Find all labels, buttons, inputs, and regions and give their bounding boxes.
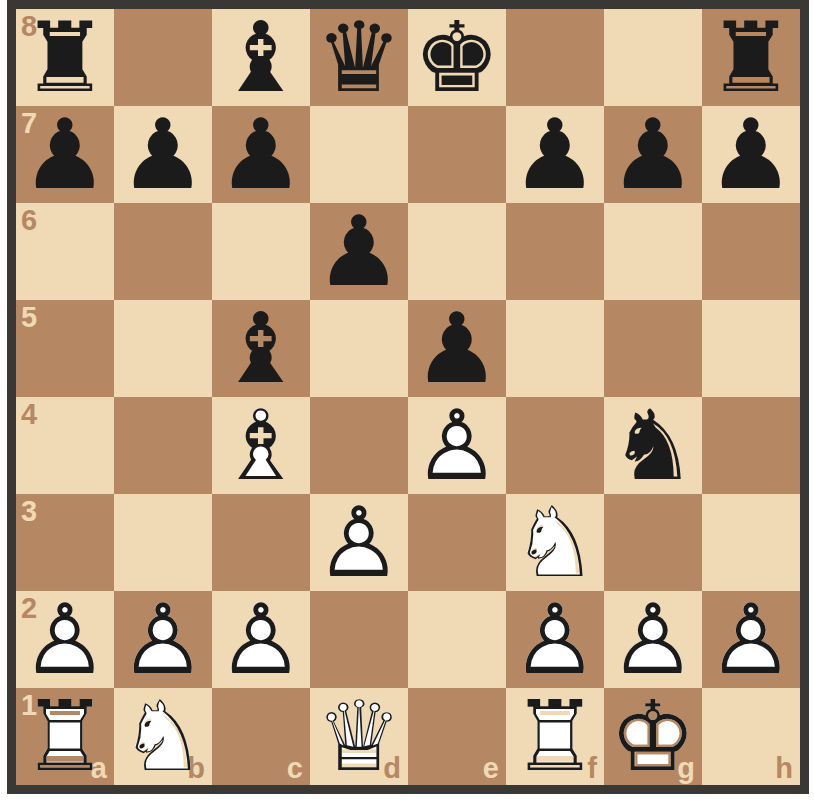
white-pawn-b2[interactable]: ♟♙: [114, 591, 212, 688]
piece-outline-glyph: ♙: [16, 591, 114, 688]
white-knight-f3[interactable]: ♞♘: [506, 494, 604, 591]
file-label-h: h: [775, 754, 793, 783]
piece-outline-glyph: ♔: [604, 688, 702, 785]
square-b8[interactable]: [114, 9, 212, 106]
square-b3[interactable]: [114, 494, 212, 591]
file-label-c: c: [287, 754, 303, 783]
black-king-e8[interactable]: ♚: [408, 9, 506, 106]
piece-outline-glyph: ♙: [506, 591, 604, 688]
square-f8[interactable]: [506, 9, 604, 106]
square-c6[interactable]: [212, 203, 310, 300]
black-pawn-b7[interactable]: ♟: [114, 106, 212, 203]
square-e5[interactable]: ♟: [408, 300, 506, 397]
piece-glyph: ♚: [408, 9, 506, 106]
square-g3[interactable]: [604, 494, 702, 591]
square-a6[interactable]: 6: [16, 203, 114, 300]
piece-glyph: ♟: [604, 106, 702, 203]
square-d2[interactable]: [310, 591, 408, 688]
white-pawn-a2[interactable]: ♟♙: [16, 591, 114, 688]
square-f2[interactable]: ♟♙: [506, 591, 604, 688]
black-bishop-c5[interactable]: ♝: [212, 300, 310, 397]
square-a4[interactable]: 4: [16, 397, 114, 494]
piece-outline-glyph: ♙: [114, 591, 212, 688]
square-b2[interactable]: ♟♙: [114, 591, 212, 688]
chess-board-frame: 8♜♝♛♚♜7♟♟♟♟♟♟6♟5♝♟4♝♗♟♙♞3♟♙♞♘2♟♙♟♙♟♙♟♙♟♙…: [7, 0, 809, 794]
square-g2[interactable]: ♟♙: [604, 591, 702, 688]
piece-outline-glyph: ♙: [310, 494, 408, 591]
square-h2[interactable]: ♟♙: [702, 591, 800, 688]
piece-outline-glyph: ♖: [506, 688, 604, 785]
square-b5[interactable]: [114, 300, 212, 397]
piece-glyph: ♟: [506, 106, 604, 203]
file-label-e: e: [483, 754, 499, 783]
square-b1[interactable]: b♞♘: [114, 688, 212, 785]
square-a3[interactable]: 3: [16, 494, 114, 591]
piece-outline-glyph: ♕: [310, 688, 408, 785]
white-pawn-h2[interactable]: ♟♙: [702, 591, 800, 688]
square-c5[interactable]: ♝: [212, 300, 310, 397]
square-a1[interactable]: 1a♜♖: [16, 688, 114, 785]
black-pawn-f7[interactable]: ♟: [506, 106, 604, 203]
square-f5[interactable]: [506, 300, 604, 397]
black-pawn-e5[interactable]: ♟: [408, 300, 506, 397]
chess-board-page: { "game": "chess", "position": { "fen": …: [0, 0, 814, 806]
rank-label-5: 5: [21, 303, 37, 332]
square-g7[interactable]: ♟: [604, 106, 702, 203]
square-b4[interactable]: [114, 397, 212, 494]
square-a2[interactable]: 2♟♙: [16, 591, 114, 688]
white-king-g1[interactable]: ♚♔: [604, 688, 702, 785]
square-h3[interactable]: [702, 494, 800, 591]
square-h6[interactable]: [702, 203, 800, 300]
square-b6[interactable]: [114, 203, 212, 300]
square-d7[interactable]: [310, 106, 408, 203]
white-knight-b1[interactable]: ♞♘: [114, 688, 212, 785]
piece-glyph: ♝: [212, 300, 310, 397]
square-d5[interactable]: [310, 300, 408, 397]
white-pawn-e4[interactable]: ♟♙: [408, 397, 506, 494]
rank-label-3: 3: [21, 497, 37, 526]
square-d3[interactable]: ♟♙: [310, 494, 408, 591]
square-f6[interactable]: [506, 203, 604, 300]
white-pawn-c2[interactable]: ♟♙: [212, 591, 310, 688]
piece-glyph: ♟: [702, 106, 800, 203]
white-rook-f1[interactable]: ♜♖: [506, 688, 604, 785]
chess-board: 8♜♝♛♚♜7♟♟♟♟♟♟6♟5♝♟4♝♗♟♙♞3♟♙♞♘2♟♙♟♙♟♙♟♙♟♙…: [16, 9, 800, 785]
black-pawn-g7[interactable]: ♟: [604, 106, 702, 203]
piece-outline-glyph: ♙: [604, 591, 702, 688]
square-e8[interactable]: ♚: [408, 9, 506, 106]
piece-glyph: ♟: [212, 106, 310, 203]
black-pawn-c7[interactable]: ♟: [212, 106, 310, 203]
piece-glyph: ♟: [16, 106, 114, 203]
piece-outline-glyph: ♖: [16, 688, 114, 785]
square-f1[interactable]: f♜♖: [506, 688, 604, 785]
square-g1[interactable]: g♚♔: [604, 688, 702, 785]
square-e3[interactable]: [408, 494, 506, 591]
square-g4[interactable]: ♞: [604, 397, 702, 494]
square-c3[interactable]: [212, 494, 310, 591]
square-c8[interactable]: ♝: [212, 9, 310, 106]
piece-outline-glyph: ♙: [408, 397, 506, 494]
piece-glyph: ♟: [114, 106, 212, 203]
square-d4[interactable]: [310, 397, 408, 494]
piece-glyph: ♜: [702, 9, 800, 106]
square-c1[interactable]: c: [212, 688, 310, 785]
square-d1[interactable]: d♛♕: [310, 688, 408, 785]
square-h8[interactable]: ♜: [702, 9, 800, 106]
square-g6[interactable]: [604, 203, 702, 300]
piece-glyph: ♞: [604, 397, 702, 494]
square-f7[interactable]: ♟: [506, 106, 604, 203]
square-h4[interactable]: [702, 397, 800, 494]
piece-outline-glyph: ♙: [702, 591, 800, 688]
square-h1[interactable]: h: [702, 688, 800, 785]
square-g8[interactable]: [604, 9, 702, 106]
piece-glyph: ♛: [310, 9, 408, 106]
square-g5[interactable]: [604, 300, 702, 397]
square-c4[interactable]: ♝♗: [212, 397, 310, 494]
square-d6[interactable]: ♟: [310, 203, 408, 300]
square-a7[interactable]: 7♟: [16, 106, 114, 203]
piece-outline-glyph: ♙: [212, 591, 310, 688]
piece-outline-glyph: ♘: [114, 688, 212, 785]
square-a5[interactable]: 5: [16, 300, 114, 397]
square-f4[interactable]: [506, 397, 604, 494]
piece-glyph: ♝: [212, 9, 310, 106]
square-f3[interactable]: ♞♘: [506, 494, 604, 591]
black-queen-d8[interactable]: ♛: [310, 9, 408, 106]
black-pawn-h7[interactable]: ♟: [702, 106, 800, 203]
white-pawn-d3[interactable]: ♟♙: [310, 494, 408, 591]
square-h7[interactable]: ♟: [702, 106, 800, 203]
square-c2[interactable]: ♟♙: [212, 591, 310, 688]
piece-glyph: ♜: [16, 9, 114, 106]
black-rook-a8[interactable]: ♜: [16, 9, 114, 106]
piece-glyph: ♟: [310, 203, 408, 300]
square-a8[interactable]: 8♜: [16, 9, 114, 106]
square-e1[interactable]: e: [408, 688, 506, 785]
black-bishop-c8[interactable]: ♝: [212, 9, 310, 106]
piece-glyph: ♟: [408, 300, 506, 397]
white-pawn-g2[interactable]: ♟♙: [604, 591, 702, 688]
rank-label-4: 4: [21, 400, 37, 429]
square-h5[interactable]: [702, 300, 800, 397]
square-c7[interactable]: ♟: [212, 106, 310, 203]
white-bishop-c4[interactable]: ♝♗: [212, 397, 310, 494]
black-knight-g4[interactable]: ♞: [604, 397, 702, 494]
piece-outline-glyph: ♗: [212, 397, 310, 494]
square-e2[interactable]: [408, 591, 506, 688]
square-d8[interactable]: ♛: [310, 9, 408, 106]
black-pawn-a7[interactable]: ♟: [16, 106, 114, 203]
white-queen-d1[interactable]: ♛♕: [310, 688, 408, 785]
rank-label-6: 6: [21, 206, 37, 235]
square-e7[interactable]: [408, 106, 506, 203]
square-b7[interactable]: ♟: [114, 106, 212, 203]
square-e4[interactable]: ♟♙: [408, 397, 506, 494]
black-rook-h8[interactable]: ♜: [702, 9, 800, 106]
white-rook-a1[interactable]: ♜♖: [16, 688, 114, 785]
piece-outline-glyph: ♘: [506, 494, 604, 591]
black-pawn-d6[interactable]: ♟: [310, 203, 408, 300]
white-pawn-f2[interactable]: ♟♙: [506, 591, 604, 688]
square-e6[interactable]: [408, 203, 506, 300]
